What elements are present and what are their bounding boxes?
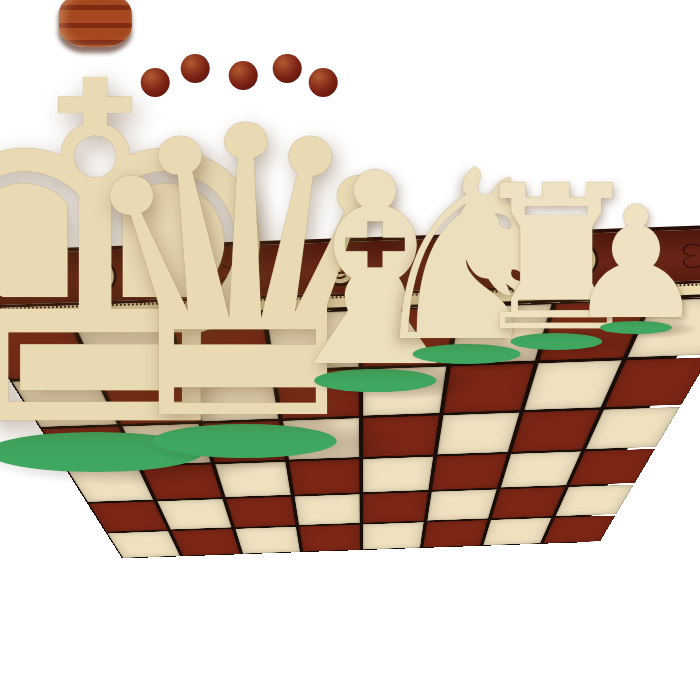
queen-balls-icon (125, 54, 365, 102)
dark-square (491, 487, 565, 518)
dark-square (171, 529, 240, 556)
dark-square (299, 524, 360, 551)
light-square (483, 518, 551, 546)
dark-square (543, 516, 615, 544)
dark-square (570, 449, 656, 485)
light-square (555, 485, 633, 517)
dark-square (423, 520, 487, 547)
white-pawn: ♟ (567, 177, 700, 332)
light-square (107, 531, 179, 558)
light-square (363, 522, 424, 549)
photo-crop-band (0, 572, 700, 700)
light-square (586, 407, 680, 449)
light-square (427, 489, 496, 520)
chess-set-photo: ♡@♡@♡@♡ ♚♛♝♞♜♟ (0, 0, 700, 700)
white-pawn-glyph: ♟ (567, 186, 700, 341)
light-square (501, 451, 581, 487)
king-finial-icon (59, 0, 132, 47)
dark-square (432, 454, 507, 490)
